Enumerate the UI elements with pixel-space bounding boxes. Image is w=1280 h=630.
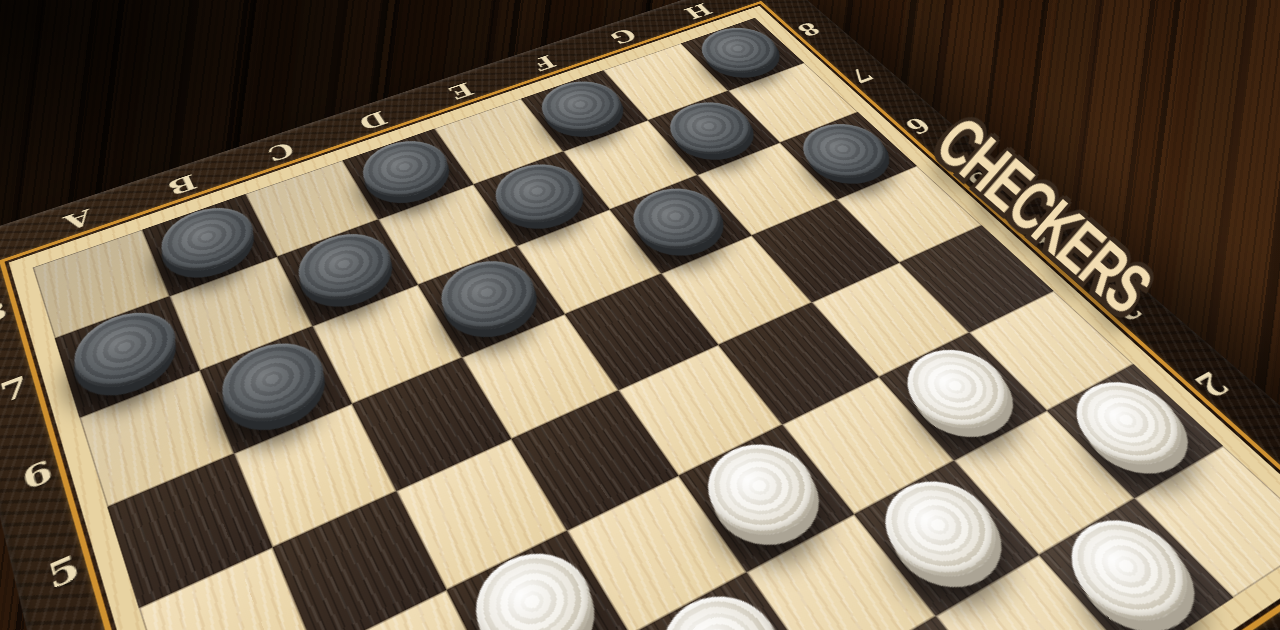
game-screen: AABBCCDDEEFFGGHH8877665544332211 CHECKER… xyxy=(0,0,1280,630)
